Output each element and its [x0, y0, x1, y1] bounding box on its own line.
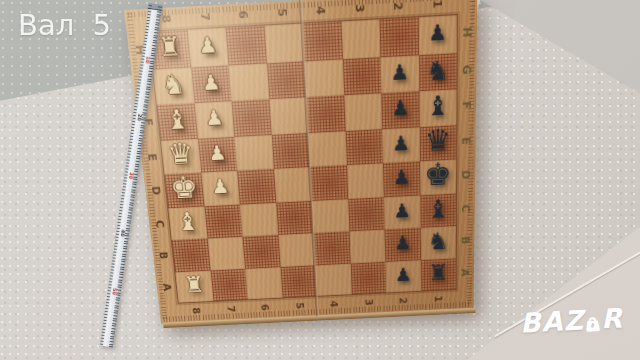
file-label-left-E: E: [144, 150, 160, 165]
shopping-bag-icon: [585, 315, 601, 333]
square-e4: [308, 131, 346, 167]
square-b4: [313, 231, 350, 265]
piece-white-pawn-h7: ♟: [197, 34, 218, 57]
rank-label-bottom-1: 1: [431, 292, 444, 305]
square-f4: [306, 95, 345, 132]
rank-label-top-4: 4: [312, 2, 328, 18]
square-f7: ♟: [194, 101, 234, 138]
piece-white-pawn-e7: ♟: [207, 143, 227, 164]
square-a2: ♟: [385, 260, 421, 293]
square-c5: [276, 200, 314, 234]
piece-black-pawn-g2: ♟: [390, 61, 409, 83]
piece-white-pawn-g7: ♟: [201, 71, 221, 93]
piece-black-bishop-f1: ♝: [426, 92, 450, 120]
square-e3: [345, 129, 383, 165]
piece-white-pawn-f7: ♟: [204, 108, 224, 129]
rank-label-top-7: 7: [196, 9, 212, 25]
square-b6: [242, 235, 280, 268]
square-e7: ♟: [198, 136, 238, 172]
square-a5: [280, 265, 317, 298]
rank-label-bottom-8: 8: [189, 304, 203, 317]
square-h4: [302, 21, 342, 60]
square-b7: [207, 237, 245, 270]
square-f1: ♝: [419, 89, 457, 127]
square-a6: [245, 267, 282, 300]
rank-label-top-6: 6: [235, 6, 251, 22]
file-label-left-D: D: [148, 184, 163, 198]
square-d2: ♟: [383, 161, 420, 196]
file-label-right-B: B: [458, 234, 472, 248]
square-g5: [266, 61, 306, 99]
square-h7: ♟: [187, 28, 228, 67]
piece-black-pawn-b2: ♟: [394, 233, 412, 252]
file-label-right-A: A: [458, 266, 472, 279]
logo-text-baz: BAZ: [519, 304, 585, 338]
board-border-ticks-right: [467, 0, 475, 306]
square-h5: [264, 24, 304, 63]
file-label-right-D: D: [458, 168, 472, 182]
square-g7: ♟: [191, 65, 232, 103]
square-f5: [269, 97, 308, 134]
piece-white-pawn-d7: ♟: [211, 177, 230, 197]
rank-label-bottom-4: 4: [327, 297, 341, 310]
square-d7: ♟: [201, 171, 240, 206]
rank-label-bottom-7: 7: [223, 303, 237, 316]
square-a3: [350, 261, 386, 294]
piece-white-rook-a8: ♜: [183, 274, 206, 297]
square-h1: ♟: [418, 15, 457, 55]
rank-label-bottom-6: 6: [258, 301, 272, 314]
piece-black-pawn-c2: ♟: [393, 201, 411, 221]
piece-black-rook-a1: ♜: [428, 261, 449, 284]
square-b2: ♟: [385, 228, 421, 262]
square-c1: ♝: [420, 193, 456, 228]
square-c2: ♟: [384, 195, 420, 230]
square-b1: ♞: [420, 226, 456, 260]
square-e6: [234, 134, 273, 170]
piece-white-knight-g8: ♞: [160, 70, 186, 97]
piece-white-bishop-c8: ♝: [175, 208, 200, 234]
square-a4: [315, 263, 351, 296]
square-b5: [278, 233, 315, 267]
rank-label-top-1: 1: [429, 0, 444, 12]
square-h3: [341, 19, 381, 59]
square-c7: [204, 204, 243, 238]
square-d5: [274, 167, 312, 202]
square-d4: [310, 165, 348, 200]
file-label-left-A: A: [159, 280, 174, 293]
square-g3: [342, 57, 381, 95]
square-c6: [240, 202, 278, 236]
piece-black-knight-b1: ♞: [427, 229, 449, 253]
square-a8: ♜: [175, 270, 213, 303]
piece-black-knight-g1: ♞: [426, 56, 449, 84]
square-f6: [231, 99, 271, 136]
square-c3: [348, 197, 385, 232]
square-h6: [225, 26, 266, 65]
file-label-right-H: H: [459, 24, 474, 40]
square-d3: [346, 163, 383, 198]
logo-text-r: R: [600, 302, 623, 334]
file-label-right-E: E: [458, 133, 472, 148]
piece-white-queen-e8: ♛: [166, 139, 195, 169]
piece-white-bishop-f8: ♝: [164, 106, 190, 134]
bazar-logo: BAZ R: [519, 302, 623, 338]
tape-number-40: 40: [120, 229, 126, 237]
piece-black-king-d1: ♚: [424, 159, 452, 191]
rank-label-bottom-5: 5: [292, 299, 306, 312]
rank-label-top-3: 3: [351, 0, 366, 16]
piece-black-pawn-f2: ♟: [391, 98, 410, 120]
square-f2: ♟: [381, 91, 419, 128]
rank-label-bottom-3: 3: [361, 296, 375, 309]
watermark-text: Вал 5: [18, 8, 111, 42]
square-f8: ♝: [157, 103, 198, 140]
square-f3: [344, 93, 382, 130]
rank-label-top-5: 5: [273, 4, 289, 20]
square-g4: [304, 59, 343, 97]
square-d8: ♚: [165, 173, 204, 208]
square-g8: ♞: [153, 67, 194, 105]
tape-number-10: 10: [145, 56, 151, 64]
file-label-right-F: F: [458, 98, 472, 113]
square-e2: ♟: [382, 127, 419, 163]
chess-board: ♜♟♟♞♟♟♞♝♟♟♝♛♟♟♛♚♟♟♚♝♟♝♟♞♜♟♜ 887766554433…: [124, 0, 477, 324]
square-a1: ♜: [421, 258, 456, 291]
piece-white-rook-h8: ♜: [157, 34, 182, 61]
file-label-right-C: C: [458, 201, 472, 215]
photo-scene: ♜♟♟♞♟♟♞♝♟♟♝♛♟♟♛♚♟♟♚♝♟♝♟♞♜♟♜ 887766554433…: [0, 0, 640, 360]
piece-black-pawn-d2: ♟: [392, 167, 410, 187]
file-label-right-G: G: [459, 62, 474, 78]
square-b8: [172, 238, 210, 271]
piece-white-king-d8: ♚: [169, 172, 200, 203]
square-c4: [312, 199, 349, 233]
piece-black-bishop-c1: ♝: [426, 196, 449, 222]
tape-number-30: 30: [128, 171, 134, 179]
square-h2: [380, 17, 419, 57]
square-g6: [229, 63, 269, 101]
tape-number-20: 20: [136, 114, 142, 122]
piece-black-queen-e1: ♛: [425, 126, 451, 157]
square-a7: [210, 268, 247, 301]
tape-number-50: 50: [111, 287, 117, 295]
square-b3: [349, 230, 385, 264]
square-e5: [271, 133, 310, 169]
piece-black-pawn-e2: ♟: [392, 133, 410, 154]
square-d6: [237, 169, 276, 204]
rank-label-top-2: 2: [390, 0, 405, 14]
square-g2: ♟: [380, 55, 418, 93]
piece-black-pawn-h1: ♟: [428, 22, 447, 45]
file-label-left-B: B: [155, 249, 170, 263]
file-label-left-C: C: [152, 217, 167, 231]
square-c8: ♝: [168, 206, 207, 240]
rank-label-bottom-2: 2: [396, 294, 409, 307]
square-d1: ♚: [420, 159, 457, 195]
square-g1: ♞: [419, 53, 457, 92]
piece-black-pawn-a2: ♟: [394, 265, 412, 284]
